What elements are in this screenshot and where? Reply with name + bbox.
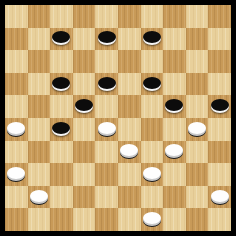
light-square xyxy=(208,73,231,96)
light-square xyxy=(28,73,51,96)
square-13[interactable] xyxy=(118,50,141,73)
white-man[interactable] xyxy=(7,122,25,134)
light-square xyxy=(163,163,186,186)
light-square xyxy=(118,118,141,141)
square-11[interactable] xyxy=(28,50,51,73)
light-square xyxy=(5,5,28,28)
square-44[interactable] xyxy=(163,186,186,209)
light-square xyxy=(118,163,141,186)
light-square xyxy=(141,50,164,73)
black-man[interactable] xyxy=(143,77,161,89)
square-33[interactable] xyxy=(118,141,141,164)
light-square xyxy=(73,73,96,96)
square-22[interactable] xyxy=(73,95,96,118)
square-27[interactable] xyxy=(50,118,73,141)
square-36[interactable] xyxy=(5,163,28,186)
light-square xyxy=(208,28,231,51)
light-square xyxy=(186,141,209,164)
light-square xyxy=(95,186,118,209)
light-square xyxy=(28,118,51,141)
square-3[interactable] xyxy=(118,5,141,28)
light-square xyxy=(50,186,73,209)
square-26[interactable] xyxy=(5,118,28,141)
light-square xyxy=(208,163,231,186)
light-square xyxy=(73,28,96,51)
light-square xyxy=(95,50,118,73)
black-man[interactable] xyxy=(98,31,116,43)
square-9[interactable] xyxy=(141,28,164,51)
square-24[interactable] xyxy=(163,95,186,118)
square-29[interactable] xyxy=(141,118,164,141)
square-30[interactable] xyxy=(186,118,209,141)
light-square xyxy=(28,208,51,231)
square-39[interactable] xyxy=(141,163,164,186)
light-square xyxy=(5,50,28,73)
square-34[interactable] xyxy=(163,141,186,164)
square-16[interactable] xyxy=(5,73,28,96)
light-square xyxy=(28,163,51,186)
light-square xyxy=(163,208,186,231)
light-square xyxy=(118,208,141,231)
light-square xyxy=(5,95,28,118)
light-square xyxy=(186,5,209,28)
draughts-board xyxy=(5,5,231,231)
square-19[interactable] xyxy=(141,73,164,96)
light-square xyxy=(50,141,73,164)
square-20[interactable] xyxy=(186,73,209,96)
square-7[interactable] xyxy=(50,28,73,51)
light-square xyxy=(95,5,118,28)
light-square xyxy=(141,5,164,28)
square-45[interactable] xyxy=(208,186,231,209)
light-square xyxy=(118,73,141,96)
white-man[interactable] xyxy=(30,190,48,202)
white-man[interactable] xyxy=(120,144,138,156)
square-2[interactable] xyxy=(73,5,96,28)
square-43[interactable] xyxy=(118,186,141,209)
square-32[interactable] xyxy=(73,141,96,164)
square-14[interactable] xyxy=(163,50,186,73)
square-38[interactable] xyxy=(95,163,118,186)
square-28[interactable] xyxy=(95,118,118,141)
light-square xyxy=(50,50,73,73)
white-man[interactable] xyxy=(98,122,116,134)
black-man[interactable] xyxy=(52,77,70,89)
black-man[interactable] xyxy=(165,99,183,111)
white-man[interactable] xyxy=(143,167,161,179)
black-man[interactable] xyxy=(211,99,229,111)
light-square xyxy=(5,186,28,209)
square-15[interactable] xyxy=(208,50,231,73)
light-square xyxy=(163,28,186,51)
black-man[interactable] xyxy=(52,122,70,134)
square-46[interactable] xyxy=(5,208,28,231)
light-square xyxy=(50,5,73,28)
square-8[interactable] xyxy=(95,28,118,51)
square-18[interactable] xyxy=(95,73,118,96)
square-5[interactable] xyxy=(208,5,231,28)
light-square xyxy=(141,186,164,209)
square-31[interactable] xyxy=(28,141,51,164)
light-square xyxy=(50,95,73,118)
light-square xyxy=(208,208,231,231)
board-frame xyxy=(0,0,236,236)
square-42[interactable] xyxy=(73,186,96,209)
light-square xyxy=(95,95,118,118)
white-man[interactable] xyxy=(211,190,229,202)
square-6[interactable] xyxy=(5,28,28,51)
square-50[interactable] xyxy=(186,208,209,231)
square-40[interactable] xyxy=(186,163,209,186)
light-square xyxy=(73,163,96,186)
square-48[interactable] xyxy=(95,208,118,231)
light-square xyxy=(118,28,141,51)
square-35[interactable] xyxy=(208,141,231,164)
light-square xyxy=(186,186,209,209)
white-man[interactable] xyxy=(165,144,183,156)
white-man[interactable] xyxy=(188,122,206,134)
light-square xyxy=(5,141,28,164)
light-square xyxy=(163,73,186,96)
light-square xyxy=(28,28,51,51)
light-square xyxy=(208,118,231,141)
square-4[interactable] xyxy=(163,5,186,28)
black-man[interactable] xyxy=(98,77,116,89)
light-square xyxy=(73,208,96,231)
square-12[interactable] xyxy=(73,50,96,73)
light-square xyxy=(186,95,209,118)
square-37[interactable] xyxy=(50,163,73,186)
square-17[interactable] xyxy=(50,73,73,96)
square-49[interactable] xyxy=(141,208,164,231)
black-man[interactable] xyxy=(143,31,161,43)
white-man[interactable] xyxy=(7,167,25,179)
light-square xyxy=(95,141,118,164)
square-21[interactable] xyxy=(28,95,51,118)
square-25[interactable] xyxy=(208,95,231,118)
light-square xyxy=(141,95,164,118)
light-square xyxy=(163,118,186,141)
black-man[interactable] xyxy=(75,99,93,111)
square-23[interactable] xyxy=(118,95,141,118)
black-man[interactable] xyxy=(52,31,70,43)
white-man[interactable] xyxy=(143,212,161,224)
light-square xyxy=(141,141,164,164)
square-41[interactable] xyxy=(28,186,51,209)
square-10[interactable] xyxy=(186,28,209,51)
square-47[interactable] xyxy=(50,208,73,231)
light-square xyxy=(186,50,209,73)
square-1[interactable] xyxy=(28,5,51,28)
light-square xyxy=(73,118,96,141)
